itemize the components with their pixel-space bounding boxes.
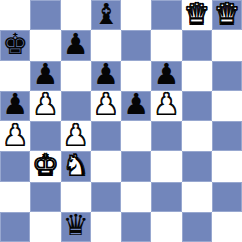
chess-board: ♝♛♛♚♟♟♟♟♟♟♟♟♟♟♟♚♞♛ (0, 0, 242, 242)
square-c7[interactable]: ♟ (61, 30, 91, 60)
square-d6[interactable]: ♟ (91, 61, 121, 91)
square-a6[interactable] (0, 61, 30, 91)
square-b3[interactable]: ♚ (30, 151, 60, 181)
square-b8[interactable] (30, 0, 60, 30)
square-c8[interactable] (61, 0, 91, 30)
piece-white-pawn: ♟ (63, 121, 89, 150)
square-g2[interactable] (182, 182, 212, 212)
square-c2[interactable] (61, 182, 91, 212)
square-d3[interactable] (91, 151, 121, 181)
square-b1[interactable] (30, 212, 60, 242)
square-f7[interactable] (151, 30, 181, 60)
square-b5[interactable]: ♟ (30, 91, 60, 121)
square-g8[interactable]: ♛ (182, 0, 212, 30)
square-f3[interactable] (151, 151, 181, 181)
square-h7[interactable] (212, 30, 242, 60)
square-b7[interactable] (30, 30, 60, 60)
square-f5[interactable]: ♟ (151, 91, 181, 121)
piece-white-pawn: ♟ (153, 91, 179, 120)
piece-black-pawn: ♟ (63, 30, 89, 59)
square-d4[interactable] (91, 121, 121, 151)
square-g3[interactable] (182, 151, 212, 181)
square-e6[interactable] (121, 61, 151, 91)
square-f4[interactable] (151, 121, 181, 151)
square-b2[interactable] (30, 182, 60, 212)
piece-white-pawn: ♟ (2, 121, 28, 150)
piece-white-pawn: ♟ (93, 91, 119, 120)
square-g7[interactable] (182, 30, 212, 60)
square-b4[interactable] (30, 121, 60, 151)
square-f8[interactable] (151, 0, 181, 30)
square-h5[interactable] (212, 91, 242, 121)
square-c6[interactable] (61, 61, 91, 91)
square-e1[interactable] (121, 212, 151, 242)
square-f6[interactable]: ♟ (151, 61, 181, 91)
square-d7[interactable] (91, 30, 121, 60)
square-e8[interactable] (121, 0, 151, 30)
square-a2[interactable] (0, 182, 30, 212)
square-e4[interactable] (121, 121, 151, 151)
square-c4[interactable]: ♟ (61, 121, 91, 151)
square-d2[interactable] (91, 182, 121, 212)
square-a8[interactable] (0, 0, 30, 30)
piece-black-pawn: ♟ (2, 91, 28, 120)
square-h2[interactable] (212, 182, 242, 212)
piece-white-king: ♚ (32, 151, 58, 180)
piece-black-king: ♚ (2, 30, 28, 59)
square-g6[interactable] (182, 61, 212, 91)
square-h6[interactable] (212, 61, 242, 91)
square-a3[interactable] (0, 151, 30, 181)
piece-black-queen: ♛ (63, 212, 89, 241)
square-h4[interactable] (212, 121, 242, 151)
square-c5[interactable] (61, 91, 91, 121)
square-a5[interactable]: ♟ (0, 91, 30, 121)
square-d5[interactable]: ♟ (91, 91, 121, 121)
square-b6[interactable]: ♟ (30, 61, 60, 91)
square-f1[interactable] (151, 212, 181, 242)
square-g5[interactable] (182, 91, 212, 121)
square-h8[interactable]: ♛ (212, 0, 242, 30)
piece-black-pawn: ♟ (123, 91, 149, 120)
square-e5[interactable]: ♟ (121, 91, 151, 121)
piece-white-pawn: ♟ (32, 91, 58, 120)
piece-white-queen: ♛ (184, 0, 210, 29)
square-g4[interactable] (182, 121, 212, 151)
square-c1[interactable]: ♛ (61, 212, 91, 242)
piece-black-pawn: ♟ (153, 61, 179, 90)
piece-white-knight: ♞ (63, 151, 89, 180)
square-a4[interactable]: ♟ (0, 121, 30, 151)
piece-black-pawn: ♟ (93, 61, 119, 90)
square-f2[interactable] (151, 182, 181, 212)
square-h3[interactable] (212, 151, 242, 181)
square-a7[interactable]: ♚ (0, 30, 30, 60)
piece-black-pawn: ♟ (32, 61, 58, 90)
piece-black-bishop: ♝ (93, 0, 119, 29)
square-e2[interactable] (121, 182, 151, 212)
square-h1[interactable] (212, 212, 242, 242)
square-d1[interactable] (91, 212, 121, 242)
square-g1[interactable] (182, 212, 212, 242)
square-c3[interactable]: ♞ (61, 151, 91, 181)
square-d8[interactable]: ♝ (91, 0, 121, 30)
piece-white-queen: ♛ (214, 0, 240, 29)
square-a1[interactable] (0, 212, 30, 242)
square-e3[interactable] (121, 151, 151, 181)
square-e7[interactable] (121, 30, 151, 60)
